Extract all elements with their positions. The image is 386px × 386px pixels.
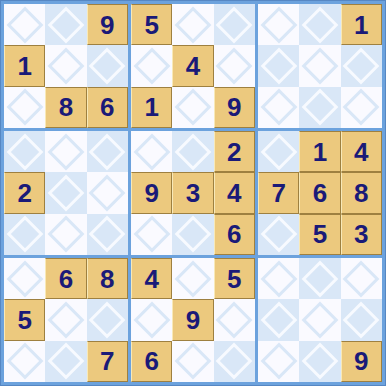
given-cell-r1c9: 1 <box>341 4 382 45</box>
given-digit: 5 <box>144 12 158 38</box>
empty-cell-r3c8[interactable] <box>299 87 340 128</box>
empty-cell-r8c8[interactable] <box>299 299 340 340</box>
diamond-ornament-icon <box>6 260 43 297</box>
empty-cell-r6c1[interactable] <box>4 214 45 255</box>
given-digit: 1 <box>354 12 368 38</box>
diamond-ornament-icon <box>48 343 85 380</box>
given-cell-r5c6: 4 <box>214 172 255 213</box>
given-cell-r7c6: 5 <box>214 258 255 299</box>
empty-cell-r8c3[interactable] <box>87 299 128 340</box>
sudoku-board: 9511486192142934768653684559769 <box>0 0 386 386</box>
given-digit: 9 <box>144 180 158 206</box>
diamond-ornament-icon <box>6 133 43 170</box>
empty-cell-r4c5[interactable] <box>172 131 213 172</box>
given-digit: 5 <box>227 266 241 292</box>
empty-cell-r6c3[interactable] <box>87 214 128 255</box>
empty-cell-r1c8[interactable] <box>299 4 340 45</box>
diamond-ornament-icon <box>260 133 297 170</box>
empty-cell-r2c3[interactable] <box>87 45 128 86</box>
empty-cell-r7c5[interactable] <box>172 258 213 299</box>
empty-cell-r6c5[interactable] <box>172 214 213 255</box>
diamond-ornament-icon <box>6 89 43 126</box>
diamond-ornament-icon <box>343 260 380 297</box>
empty-cell-r9c6[interactable] <box>214 341 255 382</box>
given-cell-r1c3: 9 <box>87 4 128 45</box>
diamond-ornament-icon <box>89 48 126 85</box>
given-digit: 3 <box>186 180 200 206</box>
empty-cell-r2c6[interactable] <box>214 45 255 86</box>
given-digit: 6 <box>59 266 73 292</box>
given-digit: 4 <box>144 266 158 292</box>
given-digit: 1 <box>313 139 327 165</box>
empty-cell-r7c1[interactable] <box>4 258 45 299</box>
empty-cell-r9c8[interactable] <box>299 341 340 382</box>
empty-cell-r4c4[interactable] <box>131 131 172 172</box>
given-cell-r9c3: 7 <box>87 341 128 382</box>
diamond-ornament-icon <box>175 343 212 380</box>
given-digit: 8 <box>100 266 114 292</box>
diamond-ornament-icon <box>260 343 297 380</box>
diamond-ornament-icon <box>175 6 212 43</box>
diamond-ornament-icon <box>89 216 126 253</box>
given-cell-r5c4: 9 <box>131 172 172 213</box>
empty-cell-r6c7[interactable] <box>258 214 299 255</box>
diamond-ornament-icon <box>260 6 297 43</box>
given-cell-r5c8: 6 <box>299 172 340 213</box>
empty-cell-r1c2[interactable] <box>45 4 86 45</box>
empty-cell-r1c7[interactable] <box>258 4 299 45</box>
given-digit: 7 <box>100 348 114 374</box>
given-cell-r4c8: 1 <box>299 131 340 172</box>
empty-cell-r2c4[interactable] <box>131 45 172 86</box>
empty-cell-r8c2[interactable] <box>45 299 86 340</box>
empty-cell-r3c5[interactable] <box>172 87 213 128</box>
empty-cell-r3c1[interactable] <box>4 87 45 128</box>
given-cell-r4c9: 4 <box>341 131 382 172</box>
empty-cell-r2c2[interactable] <box>45 45 86 86</box>
diamond-ornament-icon <box>302 89 339 126</box>
given-digit: 9 <box>100 12 114 38</box>
empty-cell-r7c7[interactable] <box>258 258 299 299</box>
given-cell-r2c1: 1 <box>4 45 45 86</box>
given-cell-r3c6: 9 <box>214 87 255 128</box>
given-cell-r2c5: 4 <box>172 45 213 86</box>
diamond-ornament-icon <box>175 260 212 297</box>
diamond-ornament-icon <box>302 48 339 85</box>
diamond-ornament-icon <box>216 6 253 43</box>
empty-cell-r8c6[interactable] <box>214 299 255 340</box>
empty-cell-r4c2[interactable] <box>45 131 86 172</box>
empty-cell-r8c9[interactable] <box>341 299 382 340</box>
given-digit: 1 <box>17 53 31 79</box>
given-cell-r9c9: 9 <box>341 341 382 382</box>
diamond-ornament-icon <box>260 260 297 297</box>
diamond-ornament-icon <box>260 48 297 85</box>
given-cell-r7c3: 8 <box>87 258 128 299</box>
empty-cell-r5c2[interactable] <box>45 172 86 213</box>
given-digit: 6 <box>144 348 158 374</box>
given-cell-r4c6: 2 <box>214 131 255 172</box>
given-cell-r9c4: 6 <box>131 341 172 382</box>
diamond-ornament-icon <box>216 48 253 85</box>
given-cell-r1c4: 5 <box>131 4 172 45</box>
diamond-ornament-icon <box>48 175 85 212</box>
diamond-ornament-icon <box>175 133 212 170</box>
given-cell-r8c5: 9 <box>172 299 213 340</box>
given-digit: 5 <box>313 221 327 247</box>
given-digit: 4 <box>227 180 241 206</box>
empty-cell-r1c5[interactable] <box>172 4 213 45</box>
empty-cell-r5c3[interactable] <box>87 172 128 213</box>
given-cell-r7c4: 4 <box>131 258 172 299</box>
diamond-ornament-icon <box>343 89 380 126</box>
empty-cell-r2c7[interactable] <box>258 45 299 86</box>
given-cell-r5c9: 8 <box>341 172 382 213</box>
diamond-ornament-icon <box>216 343 253 380</box>
diamond-ornament-icon <box>260 216 297 253</box>
diamond-ornament-icon <box>133 216 170 253</box>
empty-cell-r6c2[interactable] <box>45 214 86 255</box>
given-digit: 8 <box>59 94 73 120</box>
diamond-ornament-icon <box>216 302 253 339</box>
empty-cell-r2c9[interactable] <box>341 45 382 86</box>
diamond-ornament-icon <box>48 48 85 85</box>
empty-cell-r9c1[interactable] <box>4 341 45 382</box>
empty-cell-r1c6[interactable] <box>214 4 255 45</box>
empty-cell-r4c3[interactable] <box>87 131 128 172</box>
empty-cell-r3c7[interactable] <box>258 87 299 128</box>
given-digit: 5 <box>17 307 31 333</box>
given-cell-r3c2: 8 <box>45 87 86 128</box>
given-digit: 6 <box>313 180 327 206</box>
diamond-ornament-icon <box>6 343 43 380</box>
given-digit: 3 <box>354 221 368 247</box>
diamond-ornament-icon <box>133 48 170 85</box>
diamond-ornament-icon <box>133 133 170 170</box>
empty-cell-r6c4[interactable] <box>131 214 172 255</box>
given-digit: 2 <box>227 139 241 165</box>
diamond-ornament-icon <box>175 216 212 253</box>
given-digit: 9 <box>186 307 200 333</box>
diamond-ornament-icon <box>6 6 43 43</box>
given-cell-r5c7: 7 <box>258 172 299 213</box>
empty-cell-r4c7[interactable] <box>258 131 299 172</box>
given-digit: 2 <box>17 180 31 206</box>
given-digit: 4 <box>354 139 368 165</box>
given-cell-r6c8: 5 <box>299 214 340 255</box>
diamond-ornament-icon <box>260 302 297 339</box>
given-cell-r7c2: 6 <box>45 258 86 299</box>
empty-cell-r1c1[interactable] <box>4 4 45 45</box>
empty-cell-r7c8[interactable] <box>299 258 340 299</box>
diamond-ornament-icon <box>48 6 85 43</box>
given-digit: 6 <box>227 221 241 247</box>
diamond-ornament-icon <box>175 89 212 126</box>
given-cell-r3c3: 6 <box>87 87 128 128</box>
given-digit: 7 <box>271 180 285 206</box>
diamond-ornament-icon <box>6 216 43 253</box>
empty-cell-r9c7[interactable] <box>258 341 299 382</box>
empty-cell-r9c5[interactable] <box>172 341 213 382</box>
diamond-ornament-icon <box>89 133 126 170</box>
diamond-ornament-icon <box>302 343 339 380</box>
diamond-ornament-icon <box>48 302 85 339</box>
diamond-ornament-icon <box>343 48 380 85</box>
given-cell-r6c9: 3 <box>341 214 382 255</box>
diamond-ornament-icon <box>89 302 126 339</box>
given-cell-r8c1: 5 <box>4 299 45 340</box>
given-digit: 1 <box>144 94 158 120</box>
diamond-ornament-icon <box>48 133 85 170</box>
diamond-ornament-icon <box>302 260 339 297</box>
given-cell-r6c6: 6 <box>214 214 255 255</box>
diamond-ornament-icon <box>133 302 170 339</box>
diamond-ornament-icon <box>48 216 85 253</box>
empty-cell-r9c2[interactable] <box>45 341 86 382</box>
diamond-ornament-icon <box>302 6 339 43</box>
empty-cell-r2c8[interactable] <box>299 45 340 86</box>
given-cell-r3c4: 1 <box>131 87 172 128</box>
given-digit: 9 <box>354 348 368 374</box>
diamond-ornament-icon <box>343 302 380 339</box>
diamond-ornament-icon <box>89 175 126 212</box>
given-digit: 6 <box>100 94 114 120</box>
given-digit: 4 <box>186 53 200 79</box>
diamond-ornament-icon <box>302 302 339 339</box>
given-cell-r5c5: 3 <box>172 172 213 213</box>
empty-cell-r7c9[interactable] <box>341 258 382 299</box>
diamond-ornament-icon <box>260 89 297 126</box>
given-cell-r5c1: 2 <box>4 172 45 213</box>
empty-cell-r8c4[interactable] <box>131 299 172 340</box>
given-digit: 8 <box>354 180 368 206</box>
given-digit: 9 <box>227 94 241 120</box>
empty-cell-r4c1[interactable] <box>4 131 45 172</box>
empty-cell-r3c9[interactable] <box>341 87 382 128</box>
empty-cell-r8c7[interactable] <box>258 299 299 340</box>
